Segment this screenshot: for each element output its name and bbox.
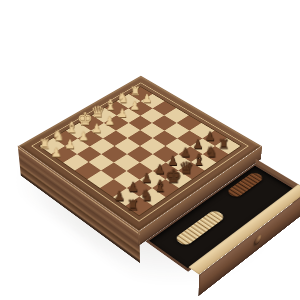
square-h4 <box>75 162 101 179</box>
square-e6 <box>140 154 166 171</box>
square-h8 <box>126 197 153 215</box>
square-g7 <box>126 179 152 197</box>
square-f8 <box>153 179 179 197</box>
square-f5 <box>114 154 140 171</box>
drawer-knob <box>255 233 262 245</box>
square-f6 <box>127 162 153 179</box>
square-h3 <box>63 154 89 171</box>
square-g6 <box>113 171 139 188</box>
square-h7 <box>113 188 140 206</box>
square-b8 <box>203 146 228 162</box>
square-h6 <box>100 179 126 197</box>
square-d6 <box>153 146 178 162</box>
square-g8 <box>139 188 166 206</box>
square-g5 <box>101 162 127 179</box>
square-f4 <box>102 146 127 162</box>
square-d8 <box>179 162 205 179</box>
square-e5 <box>127 146 152 162</box>
square-e7 <box>153 162 179 179</box>
square-d7 <box>165 154 191 171</box>
square-c7 <box>178 146 203 162</box>
square-g4 <box>89 154 115 171</box>
square-g3 <box>77 146 102 162</box>
square-f7 <box>140 171 166 188</box>
square-c8 <box>191 154 217 171</box>
chess-box-assembly: ♜♞♝♛♚♝♞♜♟♟♟♟♟♟♟♟♟♟♟♟♟♟♟♟♜♞♝♛♚♝♞♜ <box>18 76 261 232</box>
square-h5 <box>87 171 113 188</box>
square-h2 <box>51 146 76 162</box>
product-photo-scene: ♜♞♝♛♚♝♞♜♟♟♟♟♟♟♟♟♟♟♟♟♟♟♟♟♜♞♝♛♚♝♞♜ <box>0 0 300 300</box>
square-e8 <box>166 171 192 188</box>
